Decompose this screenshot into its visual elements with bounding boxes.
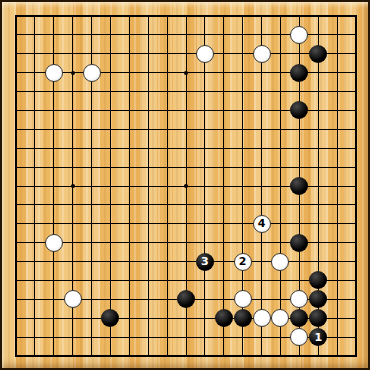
intersection-12-15[interactable] bbox=[214, 271, 233, 290]
intersection-10-1[interactable] bbox=[177, 7, 196, 26]
intersection-18-19[interactable] bbox=[328, 347, 347, 366]
intersection-6-1[interactable] bbox=[101, 7, 120, 26]
intersection-16-7[interactable] bbox=[290, 120, 309, 139]
intersection-15-8[interactable] bbox=[271, 139, 290, 158]
intersection-12-9[interactable] bbox=[214, 158, 233, 177]
intersection-10-5[interactable] bbox=[177, 82, 196, 101]
intersection-13-13[interactable] bbox=[233, 233, 252, 252]
intersection-3-7[interactable] bbox=[44, 120, 63, 139]
intersection-17-14[interactable] bbox=[309, 252, 328, 271]
intersection-7-6[interactable] bbox=[120, 101, 139, 120]
intersection-14-13[interactable] bbox=[252, 233, 271, 252]
intersection-17-1[interactable] bbox=[309, 7, 328, 26]
intersection-5-16[interactable] bbox=[82, 290, 101, 309]
intersection-16-2[interactable] bbox=[290, 25, 309, 44]
intersection-5-5[interactable] bbox=[82, 82, 101, 101]
intersection-13-2[interactable] bbox=[233, 25, 252, 44]
intersection-16-1[interactable] bbox=[290, 7, 309, 26]
intersection-1-14[interactable] bbox=[7, 252, 26, 271]
intersection-4-4[interactable] bbox=[63, 63, 82, 82]
intersection-5-8[interactable] bbox=[82, 139, 101, 158]
intersection-5-1[interactable] bbox=[82, 7, 101, 26]
intersection-9-9[interactable] bbox=[158, 158, 177, 177]
intersection-3-9[interactable] bbox=[44, 158, 63, 177]
intersection-5-15[interactable] bbox=[82, 271, 101, 290]
intersection-7-4[interactable] bbox=[120, 63, 139, 82]
intersection-2-9[interactable] bbox=[25, 158, 44, 177]
intersection-3-8[interactable] bbox=[44, 139, 63, 158]
intersection-1-1[interactable] bbox=[7, 7, 26, 26]
intersection-6-16[interactable] bbox=[101, 290, 120, 309]
intersection-8-13[interactable] bbox=[139, 233, 158, 252]
intersection-11-17[interactable] bbox=[195, 309, 214, 328]
intersection-16-12[interactable] bbox=[290, 214, 309, 233]
intersection-14-6[interactable] bbox=[252, 101, 271, 120]
intersection-8-12[interactable] bbox=[139, 214, 158, 233]
intersection-14-9[interactable] bbox=[252, 158, 271, 177]
intersection-5-3[interactable] bbox=[82, 44, 101, 63]
intersection-17-19[interactable] bbox=[309, 347, 328, 366]
intersection-15-5[interactable] bbox=[271, 82, 290, 101]
intersection-13-14[interactable]: 2 bbox=[233, 252, 252, 271]
intersection-10-19[interactable] bbox=[177, 347, 196, 366]
intersection-12-16[interactable] bbox=[214, 290, 233, 309]
intersection-11-4[interactable] bbox=[195, 63, 214, 82]
intersection-12-2[interactable] bbox=[214, 25, 233, 44]
intersection-7-10[interactable] bbox=[120, 177, 139, 196]
intersection-17-6[interactable] bbox=[309, 101, 328, 120]
intersection-8-4[interactable] bbox=[139, 63, 158, 82]
intersection-2-4[interactable] bbox=[25, 63, 44, 82]
intersection-5-14[interactable] bbox=[82, 252, 101, 271]
intersection-14-2[interactable] bbox=[252, 25, 271, 44]
intersection-13-19[interactable] bbox=[233, 347, 252, 366]
intersection-8-3[interactable] bbox=[139, 44, 158, 63]
intersection-11-12[interactable] bbox=[195, 214, 214, 233]
intersection-6-12[interactable] bbox=[101, 214, 120, 233]
intersection-7-9[interactable] bbox=[120, 158, 139, 177]
intersection-14-3[interactable] bbox=[252, 44, 271, 63]
intersection-1-8[interactable] bbox=[7, 139, 26, 158]
intersection-13-18[interactable] bbox=[233, 328, 252, 347]
intersection-18-10[interactable] bbox=[328, 177, 347, 196]
intersection-19-8[interactable] bbox=[347, 139, 366, 158]
intersection-2-5[interactable] bbox=[25, 82, 44, 101]
intersection-18-18[interactable] bbox=[328, 328, 347, 347]
intersection-1-4[interactable] bbox=[7, 63, 26, 82]
intersection-1-7[interactable] bbox=[7, 120, 26, 139]
intersection-10-3[interactable] bbox=[177, 44, 196, 63]
intersection-5-4[interactable] bbox=[82, 63, 101, 82]
intersection-5-9[interactable] bbox=[82, 158, 101, 177]
intersection-6-15[interactable] bbox=[101, 271, 120, 290]
intersection-12-19[interactable] bbox=[214, 347, 233, 366]
intersection-10-6[interactable] bbox=[177, 101, 196, 120]
intersection-10-17[interactable] bbox=[177, 309, 196, 328]
intersection-9-19[interactable] bbox=[158, 347, 177, 366]
intersection-18-17[interactable] bbox=[328, 309, 347, 328]
intersection-2-15[interactable] bbox=[25, 271, 44, 290]
intersection-2-13[interactable] bbox=[25, 233, 44, 252]
intersection-17-12[interactable] bbox=[309, 214, 328, 233]
intersection-4-18[interactable] bbox=[63, 328, 82, 347]
intersection-11-13[interactable] bbox=[195, 233, 214, 252]
intersection-18-1[interactable] bbox=[328, 7, 347, 26]
intersection-5-13[interactable] bbox=[82, 233, 101, 252]
intersection-7-16[interactable] bbox=[120, 290, 139, 309]
intersection-16-3[interactable] bbox=[290, 44, 309, 63]
intersection-16-11[interactable] bbox=[290, 195, 309, 214]
intersection-1-18[interactable] bbox=[7, 328, 26, 347]
intersection-11-2[interactable] bbox=[195, 25, 214, 44]
intersection-12-17[interactable] bbox=[214, 309, 233, 328]
intersection-17-18[interactable]: 1 bbox=[309, 328, 328, 347]
intersection-4-12[interactable] bbox=[63, 214, 82, 233]
intersection-15-12[interactable] bbox=[271, 214, 290, 233]
intersection-12-3[interactable] bbox=[214, 44, 233, 63]
intersection-12-5[interactable] bbox=[214, 82, 233, 101]
intersection-14-11[interactable] bbox=[252, 195, 271, 214]
intersection-14-14[interactable] bbox=[252, 252, 271, 271]
intersection-9-18[interactable] bbox=[158, 328, 177, 347]
intersection-18-16[interactable] bbox=[328, 290, 347, 309]
intersection-11-9[interactable] bbox=[195, 158, 214, 177]
intersection-7-11[interactable] bbox=[120, 195, 139, 214]
intersection-16-16[interactable] bbox=[290, 290, 309, 309]
intersection-14-1[interactable] bbox=[252, 7, 271, 26]
intersection-9-10[interactable] bbox=[158, 177, 177, 196]
intersection-14-5[interactable] bbox=[252, 82, 271, 101]
intersection-14-7[interactable] bbox=[252, 120, 271, 139]
intersection-10-16[interactable] bbox=[177, 290, 196, 309]
intersection-2-1[interactable] bbox=[25, 7, 44, 26]
intersection-11-14[interactable]: 3 bbox=[195, 252, 214, 271]
intersection-17-4[interactable] bbox=[309, 63, 328, 82]
intersection-19-3[interactable] bbox=[347, 44, 366, 63]
intersection-1-9[interactable] bbox=[7, 158, 26, 177]
intersection-15-1[interactable] bbox=[271, 7, 290, 26]
intersection-15-9[interactable] bbox=[271, 158, 290, 177]
intersection-8-11[interactable] bbox=[139, 195, 158, 214]
intersection-9-15[interactable] bbox=[158, 271, 177, 290]
intersection-6-17[interactable] bbox=[101, 309, 120, 328]
intersection-5-12[interactable] bbox=[82, 214, 101, 233]
intersection-12-8[interactable] bbox=[214, 139, 233, 158]
intersection-5-11[interactable] bbox=[82, 195, 101, 214]
intersection-8-1[interactable] bbox=[139, 7, 158, 26]
intersection-2-8[interactable] bbox=[25, 139, 44, 158]
intersection-6-18[interactable] bbox=[101, 328, 120, 347]
intersection-19-12[interactable] bbox=[347, 214, 366, 233]
intersection-17-11[interactable] bbox=[309, 195, 328, 214]
intersection-18-15[interactable] bbox=[328, 271, 347, 290]
intersection-18-6[interactable] bbox=[328, 101, 347, 120]
intersection-14-10[interactable] bbox=[252, 177, 271, 196]
intersection-16-6[interactable] bbox=[290, 101, 309, 120]
intersection-10-18[interactable] bbox=[177, 328, 196, 347]
intersection-4-17[interactable] bbox=[63, 309, 82, 328]
intersection-1-17[interactable] bbox=[7, 309, 26, 328]
intersection-7-12[interactable] bbox=[120, 214, 139, 233]
intersection-16-5[interactable] bbox=[290, 82, 309, 101]
intersection-11-1[interactable] bbox=[195, 7, 214, 26]
intersection-19-4[interactable] bbox=[347, 63, 366, 82]
intersection-16-4[interactable] bbox=[290, 63, 309, 82]
intersection-4-1[interactable] bbox=[63, 7, 82, 26]
intersection-17-17[interactable] bbox=[309, 309, 328, 328]
intersection-15-3[interactable] bbox=[271, 44, 290, 63]
intersection-15-16[interactable] bbox=[271, 290, 290, 309]
intersection-7-8[interactable] bbox=[120, 139, 139, 158]
intersection-12-11[interactable] bbox=[214, 195, 233, 214]
intersection-18-2[interactable] bbox=[328, 25, 347, 44]
intersection-15-14[interactable] bbox=[271, 252, 290, 271]
intersection-15-10[interactable] bbox=[271, 177, 290, 196]
intersection-13-16[interactable] bbox=[233, 290, 252, 309]
intersection-1-11[interactable] bbox=[7, 195, 26, 214]
intersection-11-8[interactable] bbox=[195, 139, 214, 158]
intersection-1-15[interactable] bbox=[7, 271, 26, 290]
intersection-14-4[interactable] bbox=[252, 63, 271, 82]
intersection-10-4[interactable] bbox=[177, 63, 196, 82]
intersection-6-3[interactable] bbox=[101, 44, 120, 63]
intersection-6-6[interactable] bbox=[101, 101, 120, 120]
intersection-2-17[interactable] bbox=[25, 309, 44, 328]
intersection-13-7[interactable] bbox=[233, 120, 252, 139]
intersection-12-7[interactable] bbox=[214, 120, 233, 139]
intersection-6-11[interactable] bbox=[101, 195, 120, 214]
intersection-4-8[interactable] bbox=[63, 139, 82, 158]
intersection-19-16[interactable] bbox=[347, 290, 366, 309]
intersection-3-11[interactable] bbox=[44, 195, 63, 214]
intersection-6-5[interactable] bbox=[101, 82, 120, 101]
intersection-13-15[interactable] bbox=[233, 271, 252, 290]
intersection-3-15[interactable] bbox=[44, 271, 63, 290]
intersection-14-17[interactable] bbox=[252, 309, 271, 328]
intersection-14-8[interactable] bbox=[252, 139, 271, 158]
intersection-17-13[interactable] bbox=[309, 233, 328, 252]
intersection-2-11[interactable] bbox=[25, 195, 44, 214]
intersection-11-7[interactable] bbox=[195, 120, 214, 139]
intersection-14-19[interactable] bbox=[252, 347, 271, 366]
intersection-8-19[interactable] bbox=[139, 347, 158, 366]
intersection-6-14[interactable] bbox=[101, 252, 120, 271]
intersection-19-17[interactable] bbox=[347, 309, 366, 328]
intersection-5-2[interactable] bbox=[82, 25, 101, 44]
intersection-13-11[interactable] bbox=[233, 195, 252, 214]
intersection-17-16[interactable] bbox=[309, 290, 328, 309]
intersection-7-5[interactable] bbox=[120, 82, 139, 101]
intersection-19-14[interactable] bbox=[347, 252, 366, 271]
intersection-16-17[interactable] bbox=[290, 309, 309, 328]
intersection-9-8[interactable] bbox=[158, 139, 177, 158]
intersection-3-13[interactable] bbox=[44, 233, 63, 252]
intersection-9-11[interactable] bbox=[158, 195, 177, 214]
intersection-2-19[interactable] bbox=[25, 347, 44, 366]
intersection-12-18[interactable] bbox=[214, 328, 233, 347]
intersection-7-1[interactable] bbox=[120, 7, 139, 26]
intersection-7-14[interactable] bbox=[120, 252, 139, 271]
intersection-8-18[interactable] bbox=[139, 328, 158, 347]
intersection-4-9[interactable] bbox=[63, 158, 82, 177]
intersection-4-15[interactable] bbox=[63, 271, 82, 290]
intersection-12-14[interactable] bbox=[214, 252, 233, 271]
intersection-2-6[interactable] bbox=[25, 101, 44, 120]
intersection-8-8[interactable] bbox=[139, 139, 158, 158]
intersection-12-12[interactable] bbox=[214, 214, 233, 233]
intersection-6-4[interactable] bbox=[101, 63, 120, 82]
intersection-10-11[interactable] bbox=[177, 195, 196, 214]
intersection-4-5[interactable] bbox=[63, 82, 82, 101]
intersection-10-10[interactable] bbox=[177, 177, 196, 196]
intersection-6-13[interactable] bbox=[101, 233, 120, 252]
intersection-7-15[interactable] bbox=[120, 271, 139, 290]
intersection-13-12[interactable] bbox=[233, 214, 252, 233]
intersection-3-4[interactable] bbox=[44, 63, 63, 82]
intersection-13-6[interactable] bbox=[233, 101, 252, 120]
intersection-19-13[interactable] bbox=[347, 233, 366, 252]
intersection-2-14[interactable] bbox=[25, 252, 44, 271]
intersection-5-7[interactable] bbox=[82, 120, 101, 139]
intersection-10-2[interactable] bbox=[177, 25, 196, 44]
intersection-11-11[interactable] bbox=[195, 195, 214, 214]
intersection-19-7[interactable] bbox=[347, 120, 366, 139]
intersection-9-1[interactable] bbox=[158, 7, 177, 26]
intersection-18-5[interactable] bbox=[328, 82, 347, 101]
intersection-9-7[interactable] bbox=[158, 120, 177, 139]
intersection-9-6[interactable] bbox=[158, 101, 177, 120]
intersection-1-6[interactable] bbox=[7, 101, 26, 120]
intersection-17-5[interactable] bbox=[309, 82, 328, 101]
intersection-4-3[interactable] bbox=[63, 44, 82, 63]
intersection-18-4[interactable] bbox=[328, 63, 347, 82]
intersection-14-16[interactable] bbox=[252, 290, 271, 309]
intersection-13-9[interactable] bbox=[233, 158, 252, 177]
intersection-12-10[interactable] bbox=[214, 177, 233, 196]
intersection-6-8[interactable] bbox=[101, 139, 120, 158]
intersection-1-12[interactable] bbox=[7, 214, 26, 233]
intersection-9-12[interactable] bbox=[158, 214, 177, 233]
intersection-5-10[interactable] bbox=[82, 177, 101, 196]
intersection-16-19[interactable] bbox=[290, 347, 309, 366]
intersection-17-8[interactable] bbox=[309, 139, 328, 158]
intersection-12-6[interactable] bbox=[214, 101, 233, 120]
intersection-11-15[interactable] bbox=[195, 271, 214, 290]
intersection-7-19[interactable] bbox=[120, 347, 139, 366]
intersection-3-3[interactable] bbox=[44, 44, 63, 63]
intersection-8-15[interactable] bbox=[139, 271, 158, 290]
intersection-2-10[interactable] bbox=[25, 177, 44, 196]
intersection-19-5[interactable] bbox=[347, 82, 366, 101]
intersection-17-2[interactable] bbox=[309, 25, 328, 44]
intersection-4-7[interactable] bbox=[63, 120, 82, 139]
intersection-18-9[interactable] bbox=[328, 158, 347, 177]
intersection-3-2[interactable] bbox=[44, 25, 63, 44]
intersection-8-5[interactable] bbox=[139, 82, 158, 101]
intersection-11-6[interactable] bbox=[195, 101, 214, 120]
intersection-19-11[interactable] bbox=[347, 195, 366, 214]
intersection-8-17[interactable] bbox=[139, 309, 158, 328]
intersection-3-10[interactable] bbox=[44, 177, 63, 196]
intersection-16-13[interactable] bbox=[290, 233, 309, 252]
intersection-16-10[interactable] bbox=[290, 177, 309, 196]
intersection-2-16[interactable] bbox=[25, 290, 44, 309]
intersection-12-4[interactable] bbox=[214, 63, 233, 82]
intersection-14-12[interactable]: 4 bbox=[252, 214, 271, 233]
intersection-8-14[interactable] bbox=[139, 252, 158, 271]
intersection-9-4[interactable] bbox=[158, 63, 177, 82]
intersection-3-12[interactable] bbox=[44, 214, 63, 233]
intersection-19-18[interactable] bbox=[347, 328, 366, 347]
intersection-13-3[interactable] bbox=[233, 44, 252, 63]
intersection-11-10[interactable] bbox=[195, 177, 214, 196]
intersection-17-10[interactable] bbox=[309, 177, 328, 196]
intersection-19-1[interactable] bbox=[347, 7, 366, 26]
intersection-2-7[interactable] bbox=[25, 120, 44, 139]
intersection-15-7[interactable] bbox=[271, 120, 290, 139]
intersection-5-6[interactable] bbox=[82, 101, 101, 120]
intersection-7-3[interactable] bbox=[120, 44, 139, 63]
intersection-8-2[interactable] bbox=[139, 25, 158, 44]
intersection-3-14[interactable] bbox=[44, 252, 63, 271]
intersection-3-19[interactable] bbox=[44, 347, 63, 366]
intersection-12-13[interactable] bbox=[214, 233, 233, 252]
intersection-9-13[interactable] bbox=[158, 233, 177, 252]
intersection-14-15[interactable] bbox=[252, 271, 271, 290]
intersection-2-12[interactable] bbox=[25, 214, 44, 233]
intersection-1-3[interactable] bbox=[7, 44, 26, 63]
intersection-19-9[interactable] bbox=[347, 158, 366, 177]
intersection-2-18[interactable] bbox=[25, 328, 44, 347]
intersection-8-7[interactable] bbox=[139, 120, 158, 139]
intersection-10-13[interactable] bbox=[177, 233, 196, 252]
intersection-16-18[interactable] bbox=[290, 328, 309, 347]
intersection-1-2[interactable] bbox=[7, 25, 26, 44]
intersection-9-2[interactable] bbox=[158, 25, 177, 44]
intersection-3-1[interactable] bbox=[44, 7, 63, 26]
intersection-11-3[interactable] bbox=[195, 44, 214, 63]
intersection-1-13[interactable] bbox=[7, 233, 26, 252]
intersection-17-15[interactable] bbox=[309, 271, 328, 290]
intersection-4-16[interactable] bbox=[63, 290, 82, 309]
intersection-10-12[interactable] bbox=[177, 214, 196, 233]
intersection-9-17[interactable] bbox=[158, 309, 177, 328]
intersection-10-7[interactable] bbox=[177, 120, 196, 139]
intersection-15-11[interactable] bbox=[271, 195, 290, 214]
intersection-14-18[interactable] bbox=[252, 328, 271, 347]
intersection-15-19[interactable] bbox=[271, 347, 290, 366]
intersection-16-9[interactable] bbox=[290, 158, 309, 177]
intersection-12-1[interactable] bbox=[214, 7, 233, 26]
intersection-18-3[interactable] bbox=[328, 44, 347, 63]
intersection-18-12[interactable] bbox=[328, 214, 347, 233]
intersection-6-9[interactable] bbox=[101, 158, 120, 177]
intersection-4-2[interactable] bbox=[63, 25, 82, 44]
intersection-3-17[interactable] bbox=[44, 309, 63, 328]
intersection-18-13[interactable] bbox=[328, 233, 347, 252]
intersection-18-8[interactable] bbox=[328, 139, 347, 158]
intersection-1-10[interactable] bbox=[7, 177, 26, 196]
intersection-1-19[interactable] bbox=[7, 347, 26, 366]
intersection-9-3[interactable] bbox=[158, 44, 177, 63]
intersection-3-16[interactable] bbox=[44, 290, 63, 309]
intersection-13-5[interactable] bbox=[233, 82, 252, 101]
intersection-6-7[interactable] bbox=[101, 120, 120, 139]
intersection-7-2[interactable] bbox=[120, 25, 139, 44]
intersection-7-17[interactable] bbox=[120, 309, 139, 328]
intersection-16-8[interactable] bbox=[290, 139, 309, 158]
intersection-9-5[interactable] bbox=[158, 82, 177, 101]
